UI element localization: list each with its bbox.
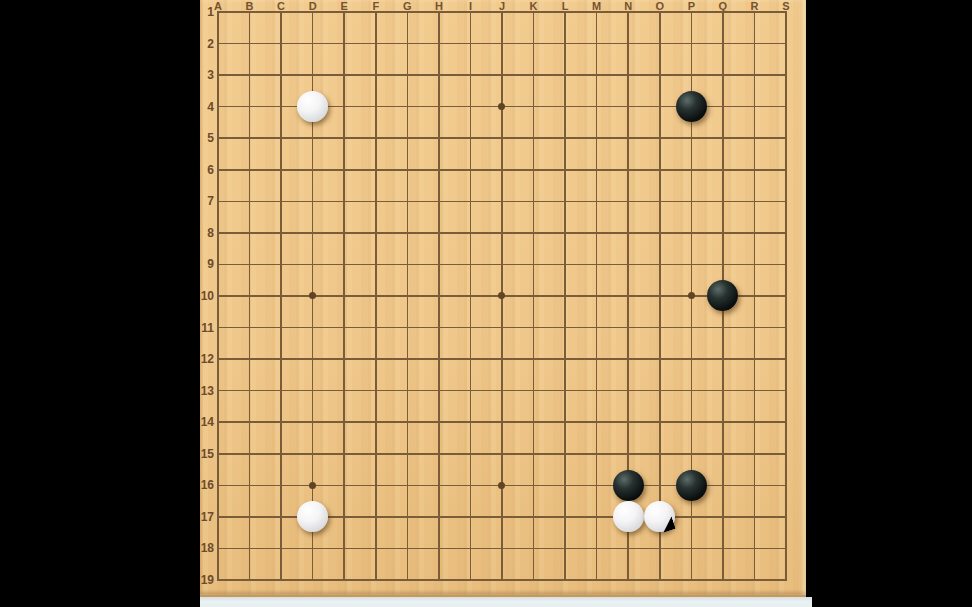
black-stone (676, 470, 707, 501)
star-point-D16 (297, 470, 329, 502)
white-stone (297, 91, 328, 122)
star-point-P10 (676, 280, 708, 312)
star-point-dot (498, 103, 505, 110)
star-point-dot (688, 292, 695, 299)
stone-black-P4 (676, 91, 708, 123)
star-point-dot (498, 482, 505, 489)
white-stone (297, 501, 328, 532)
star-point-J10 (486, 280, 518, 312)
stone-black-N16 (612, 470, 644, 502)
stone-white-N17 (612, 501, 644, 533)
stone-black-Q10 (707, 280, 739, 312)
app-background: ABCDEFGHIJKLMNOPQRS 12345678910111213141… (0, 0, 972, 607)
stone-white-O17 (644, 501, 676, 533)
star-point-J16 (486, 470, 518, 502)
last-move-marker-icon (660, 517, 676, 533)
black-stone (707, 280, 738, 311)
black-stone (613, 470, 644, 501)
go-board[interactable]: ABCDEFGHIJKLMNOPQRS 12345678910111213141… (200, 0, 806, 597)
star-point-D10 (297, 280, 329, 312)
board-intersections[interactable] (202, 0, 802, 596)
star-point-dot (498, 292, 505, 299)
white-stone (613, 501, 644, 532)
stone-white-D4 (297, 91, 329, 123)
stone-white-D17 (297, 501, 329, 533)
star-point-dot (309, 292, 316, 299)
stone-black-P16 (676, 470, 708, 502)
black-stone (676, 91, 707, 122)
star-point-dot (309, 482, 316, 489)
bottom-strip (200, 597, 812, 607)
star-point-J4 (486, 91, 518, 123)
white-stone (644, 501, 675, 532)
